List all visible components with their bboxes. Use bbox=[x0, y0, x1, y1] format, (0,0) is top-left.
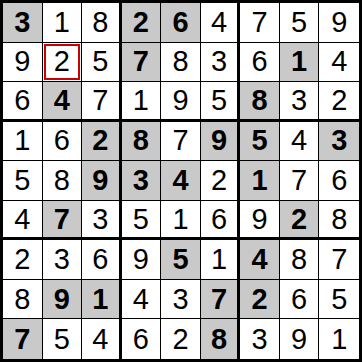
filled-digit: 4 bbox=[92, 325, 108, 354]
sudoku-cell-r2c7[interactable]: 6 bbox=[240, 43, 280, 83]
sudoku-cell-r2c5[interactable]: 8 bbox=[161, 43, 201, 83]
filled-digit: 5 bbox=[14, 166, 30, 195]
filled-digit: 2 bbox=[172, 325, 188, 354]
sudoku-cell-r9c1[interactable]: 7 bbox=[3, 319, 43, 359]
sudoku-cell-r7c1[interactable]: 2 bbox=[3, 240, 43, 280]
sudoku-cell-r4c7[interactable]: 5 bbox=[240, 122, 280, 162]
filled-digit: 8 bbox=[331, 205, 347, 234]
filled-digit: 7 bbox=[252, 8, 268, 37]
sudoku-cell-r8c3[interactable]: 1 bbox=[82, 280, 122, 320]
filled-digit: 2 bbox=[54, 47, 70, 76]
filled-digit: 1 bbox=[14, 126, 30, 155]
filled-digit: 9 bbox=[252, 205, 268, 234]
given-digit: 4 bbox=[172, 166, 188, 195]
sudoku-cell-r6c3[interactable]: 3 bbox=[82, 201, 122, 241]
sudoku-cell-r7c2[interactable]: 3 bbox=[43, 240, 83, 280]
sudoku-cell-r3c8[interactable]: 3 bbox=[280, 82, 320, 122]
sudoku-cell-r4c2[interactable]: 6 bbox=[43, 122, 83, 162]
sudoku-cell-r9c2[interactable]: 5 bbox=[43, 319, 83, 359]
sudoku-cell-r9c9[interactable]: 1 bbox=[319, 319, 359, 359]
sudoku-cell-r1c6[interactable]: 4 bbox=[201, 3, 241, 43]
given-digit: 2 bbox=[291, 205, 307, 234]
sudoku-cell-r3c5[interactable]: 9 bbox=[161, 82, 201, 122]
sudoku-cell-r4c6[interactable]: 9 bbox=[201, 122, 241, 162]
given-digit: 3 bbox=[133, 166, 149, 195]
given-digit: 2 bbox=[133, 8, 149, 37]
filled-digit: 2 bbox=[14, 245, 30, 274]
sudoku-cell-r5c2[interactable]: 8 bbox=[43, 161, 83, 201]
filled-digit: 6 bbox=[92, 245, 108, 274]
sudoku-cell-r8c8[interactable]: 6 bbox=[280, 280, 320, 320]
filled-digit: 5 bbox=[54, 325, 70, 354]
sudoku-cell-r5c7[interactable]: 1 bbox=[240, 161, 280, 201]
filled-digit: 5 bbox=[331, 285, 347, 314]
sudoku-cell-r1c8[interactable]: 5 bbox=[280, 3, 320, 43]
filled-digit: 6 bbox=[54, 126, 70, 155]
sudoku-cell-r8c4[interactable]: 4 bbox=[122, 280, 162, 320]
sudoku-cell-r2c6[interactable]: 3 bbox=[201, 43, 241, 83]
filled-digit: 9 bbox=[331, 8, 347, 37]
sudoku-cell-r7c7[interactable]: 4 bbox=[240, 240, 280, 280]
sudoku-cell-r3c4[interactable]: 1 bbox=[122, 82, 162, 122]
sudoku-cell-r3c6[interactable]: 5 bbox=[201, 82, 241, 122]
given-digit: 6 bbox=[172, 8, 188, 37]
sudoku-cell-r5c4[interactable]: 3 bbox=[122, 161, 162, 201]
filled-digit: 1 bbox=[172, 205, 188, 234]
filled-digit: 1 bbox=[133, 86, 149, 115]
sudoku-cell-r8c5[interactable]: 3 bbox=[161, 280, 201, 320]
sudoku-cell-r4c3[interactable]: 2 bbox=[82, 122, 122, 162]
sudoku-cell-r3c2[interactable]: 4 bbox=[43, 82, 83, 122]
filled-digit: 4 bbox=[211, 8, 227, 37]
filled-digit: 9 bbox=[291, 325, 307, 354]
filled-digit: 3 bbox=[211, 47, 227, 76]
sudoku-cell-r1c7[interactable]: 7 bbox=[240, 3, 280, 43]
filled-digit: 2 bbox=[331, 86, 347, 115]
given-digit: 4 bbox=[54, 86, 70, 115]
filled-digit: 7 bbox=[331, 245, 347, 274]
given-digit: 1 bbox=[252, 166, 268, 195]
given-digit: 1 bbox=[92, 285, 108, 314]
filled-digit: 8 bbox=[92, 8, 108, 37]
filled-digit: 3 bbox=[54, 245, 70, 274]
given-digit: 9 bbox=[92, 166, 108, 195]
sudoku-cell-r4c8[interactable]: 4 bbox=[280, 122, 320, 162]
sudoku-cell-r8c9[interactable]: 5 bbox=[319, 280, 359, 320]
sudoku-cell-r6c1[interactable]: 4 bbox=[3, 201, 43, 241]
sudoku-cell-r1c4[interactable]: 2 bbox=[122, 3, 162, 43]
given-digit: 3 bbox=[331, 126, 347, 155]
sudoku-cell-r8c7[interactable]: 2 bbox=[240, 280, 280, 320]
filled-digit: 4 bbox=[14, 205, 30, 234]
filled-digit: 5 bbox=[291, 8, 307, 37]
given-digit: 5 bbox=[252, 126, 268, 155]
sudoku-cell-r5c8[interactable]: 7 bbox=[280, 161, 320, 201]
sudoku-cell-r3c7[interactable]: 8 bbox=[240, 82, 280, 122]
filled-digit: 4 bbox=[331, 47, 347, 76]
filled-digit: 5 bbox=[211, 86, 227, 115]
sudoku-cell-r4c1[interactable]: 1 bbox=[3, 122, 43, 162]
sudoku-cell-r7c3[interactable]: 6 bbox=[82, 240, 122, 280]
filled-digit: 5 bbox=[92, 47, 108, 76]
filled-digit: 7 bbox=[172, 126, 188, 155]
sudoku-board: 3182647599257836146471958321628795435893… bbox=[0, 0, 362, 362]
sudoku-cell-r2c4[interactable]: 7 bbox=[122, 43, 162, 83]
sudoku-cell-r9c6[interactable]: 8 bbox=[201, 319, 241, 359]
sudoku-cell-r9c8[interactable]: 9 bbox=[280, 319, 320, 359]
sudoku-cell-r5c5[interactable]: 4 bbox=[161, 161, 201, 201]
filled-digit: 4 bbox=[133, 285, 149, 314]
sudoku-cell-r6c2[interactable]: 7 bbox=[43, 201, 83, 241]
sudoku-cell-r1c3[interactable]: 8 bbox=[82, 3, 122, 43]
sudoku-cell-r7c5[interactable]: 5 bbox=[161, 240, 201, 280]
sudoku-cell-r8c2[interactable]: 9 bbox=[43, 280, 83, 320]
given-digit: 2 bbox=[92, 126, 108, 155]
sudoku-cell-r5c3[interactable]: 9 bbox=[82, 161, 122, 201]
sudoku-cell-r2c9[interactable]: 4 bbox=[319, 43, 359, 83]
filled-digit: 4 bbox=[291, 126, 307, 155]
given-digit: 7 bbox=[14, 325, 30, 354]
sudoku-cell-r7c8[interactable]: 8 bbox=[280, 240, 320, 280]
sudoku-cell-r9c5[interactable]: 2 bbox=[161, 319, 201, 359]
sudoku-cell-r2c3[interactable]: 5 bbox=[82, 43, 122, 83]
sudoku-cell-r6c8[interactable]: 2 bbox=[280, 201, 320, 241]
given-digit: 7 bbox=[133, 47, 149, 76]
filled-digit: 6 bbox=[14, 86, 30, 115]
filled-digit: 3 bbox=[172, 285, 188, 314]
sudoku-cell-r6c9[interactable]: 8 bbox=[319, 201, 359, 241]
sudoku-cell-r4c9[interactable]: 3 bbox=[319, 122, 359, 162]
filled-digit: 9 bbox=[14, 47, 30, 76]
filled-digit: 6 bbox=[211, 205, 227, 234]
given-digit: 2 bbox=[252, 285, 268, 314]
sudoku-cell-r2c1[interactable]: 9 bbox=[3, 43, 43, 83]
filled-digit: 3 bbox=[252, 325, 268, 354]
given-digit: 9 bbox=[54, 285, 70, 314]
filled-digit: 8 bbox=[14, 285, 30, 314]
given-digit: 5 bbox=[172, 245, 188, 274]
filled-digit: 9 bbox=[133, 245, 149, 274]
given-digit: 4 bbox=[252, 245, 268, 274]
given-digit: 7 bbox=[211, 285, 227, 314]
sudoku-cell-r9c3[interactable]: 4 bbox=[82, 319, 122, 359]
given-digit: 7 bbox=[54, 205, 70, 234]
given-digit: 3 bbox=[14, 8, 30, 37]
sudoku-cell-r1c5[interactable]: 6 bbox=[161, 3, 201, 43]
sudoku-cell-r2c8[interactable]: 1 bbox=[280, 43, 320, 83]
sudoku-cell-r5c9[interactable]: 6 bbox=[319, 161, 359, 201]
sudoku-cell-r3c1[interactable]: 6 bbox=[3, 82, 43, 122]
filled-digit: 1 bbox=[331, 325, 347, 354]
sudoku-cell-r5c6[interactable]: 2 bbox=[201, 161, 241, 201]
given-digit: 1 bbox=[291, 47, 307, 76]
given-digit: 9 bbox=[211, 126, 227, 155]
filled-digit: 9 bbox=[172, 86, 188, 115]
sudoku-cell-r6c5[interactable]: 1 bbox=[161, 201, 201, 241]
filled-digit: 3 bbox=[92, 205, 108, 234]
sudoku-cell-r6c7[interactable]: 9 bbox=[240, 201, 280, 241]
sudoku-cell-r7c9[interactable]: 7 bbox=[319, 240, 359, 280]
sudoku-cell-r1c1[interactable]: 3 bbox=[3, 3, 43, 43]
sudoku-cell-r3c3[interactable]: 7 bbox=[82, 82, 122, 122]
filled-digit: 2 bbox=[211, 166, 227, 195]
filled-digit: 6 bbox=[252, 47, 268, 76]
filled-digit: 1 bbox=[211, 245, 227, 274]
sudoku-cell-r7c6[interactable]: 1 bbox=[201, 240, 241, 280]
sudoku-cell-r8c6[interactable]: 7 bbox=[201, 280, 241, 320]
filled-digit: 6 bbox=[291, 285, 307, 314]
sudoku-cell-r2c2[interactable]: 2 bbox=[43, 43, 83, 83]
sudoku-cell-r8c1[interactable]: 8 bbox=[3, 280, 43, 320]
given-digit: 8 bbox=[211, 325, 227, 354]
sudoku-cell-r6c6[interactable]: 6 bbox=[201, 201, 241, 241]
sudoku-cell-r7c4[interactable]: 9 bbox=[122, 240, 162, 280]
sudoku-cell-r3c9[interactable]: 2 bbox=[319, 82, 359, 122]
filled-digit: 7 bbox=[291, 166, 307, 195]
sudoku-cell-r1c2[interactable]: 1 bbox=[43, 3, 83, 43]
sudoku-cell-r6c4[interactable]: 5 bbox=[122, 201, 162, 241]
given-digit: 8 bbox=[133, 126, 149, 155]
sudoku-cell-r9c4[interactable]: 6 bbox=[122, 319, 162, 359]
filled-digit: 8 bbox=[54, 166, 70, 195]
filled-digit: 3 bbox=[291, 86, 307, 115]
filled-digit: 8 bbox=[172, 47, 188, 76]
filled-digit: 6 bbox=[133, 325, 149, 354]
sudoku-cell-r1c9[interactable]: 9 bbox=[319, 3, 359, 43]
sudoku-cell-r4c4[interactable]: 8 bbox=[122, 122, 162, 162]
filled-digit: 7 bbox=[92, 86, 108, 115]
filled-digit: 8 bbox=[291, 245, 307, 274]
filled-digit: 1 bbox=[54, 8, 70, 37]
filled-digit: 5 bbox=[133, 205, 149, 234]
sudoku-cell-r5c1[interactable]: 5 bbox=[3, 161, 43, 201]
sudoku-cell-r4c5[interactable]: 7 bbox=[161, 122, 201, 162]
filled-digit: 6 bbox=[331, 166, 347, 195]
sudoku-cell-r9c7[interactable]: 3 bbox=[240, 319, 280, 359]
given-digit: 8 bbox=[252, 86, 268, 115]
